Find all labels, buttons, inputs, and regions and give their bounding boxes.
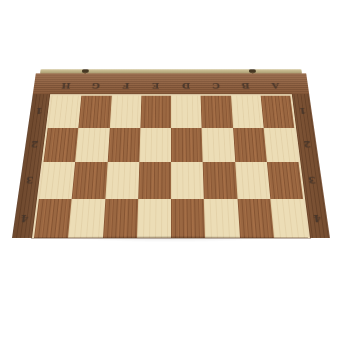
square-b3: [235, 162, 270, 199]
rank-label-left-3: 3: [26, 175, 35, 184]
square-g1: [79, 96, 112, 128]
square-h4: [34, 199, 72, 238]
rank-label-right-2: 2: [303, 139, 311, 148]
file-labels: HGFEDCBA: [50, 73, 292, 94]
square-f3: [105, 162, 139, 199]
square-b4: [237, 199, 274, 238]
hinge-icon: [82, 69, 89, 72]
square-a1: [260, 96, 294, 128]
square-h1: [48, 96, 82, 128]
rank-label-left-2: 2: [31, 139, 39, 148]
file-label-g: G: [92, 81, 101, 89]
square-c4: [204, 199, 239, 238]
square-f2: [107, 128, 140, 162]
file-label-d: D: [182, 81, 190, 89]
rank-label-right-4: 4: [313, 213, 322, 223]
square-d2: [171, 128, 203, 162]
square-b2: [233, 128, 267, 162]
rank-label-left-1: 1: [35, 106, 43, 114]
square-c1: [201, 96, 233, 128]
hinge-icon: [249, 69, 256, 72]
playing-area: [32, 94, 310, 238]
square-f1: [109, 96, 141, 128]
file-label-a: A: [272, 81, 280, 89]
square-h2: [43, 128, 78, 162]
square-f4: [103, 199, 138, 238]
square-a2: [263, 128, 298, 162]
file-label-f: F: [123, 81, 130, 89]
square-g3: [72, 162, 107, 199]
file-label-h: H: [61, 81, 71, 89]
square-d1: [171, 96, 202, 128]
file-label-b: B: [241, 81, 250, 89]
file-label-c: C: [212, 81, 220, 89]
rank-label-right-1: 1: [299, 106, 307, 114]
square-c3: [203, 162, 237, 199]
chess-board: HGFEDCBA 1234 1234: [12, 69, 330, 238]
chessboard-product-photo: HGFEDCBA 1234 1234: [0, 0, 340, 340]
rank-label-right-3: 3: [308, 175, 317, 184]
square-a4: [270, 199, 308, 238]
shadow: [16, 236, 324, 245]
square-c2: [202, 128, 235, 162]
rank-label-left-4: 4: [20, 213, 29, 223]
square-a3: [267, 162, 303, 199]
square-g2: [75, 128, 109, 162]
file-label-e: E: [152, 81, 159, 89]
square-g4: [68, 199, 105, 238]
square-d4: [171, 199, 205, 238]
square-e3: [138, 162, 171, 199]
square-e4: [137, 199, 171, 238]
square-d3: [171, 162, 204, 199]
square-e1: [140, 96, 171, 128]
square-h3: [39, 162, 75, 199]
square-e2: [139, 128, 171, 162]
square-b1: [231, 96, 264, 128]
